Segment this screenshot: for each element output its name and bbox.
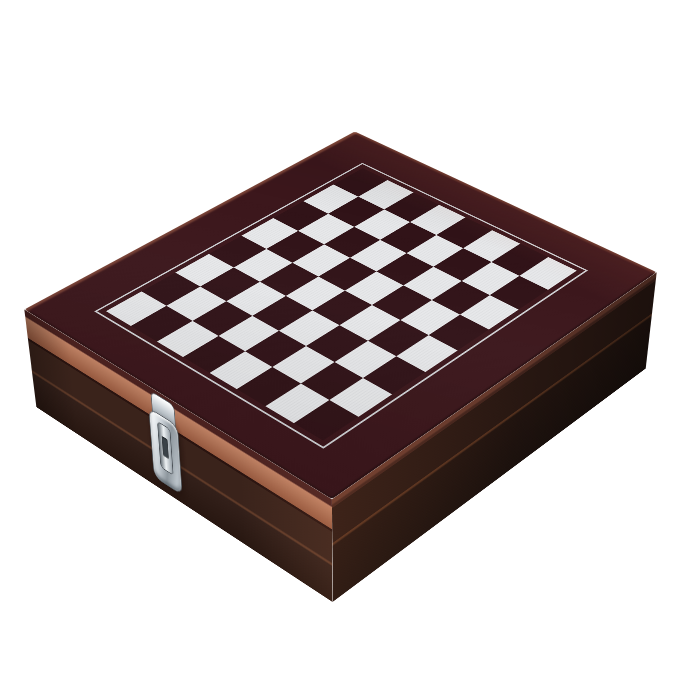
product-scene (0, 0, 700, 700)
photo-background (0, 0, 700, 700)
chess-box (30, 178, 651, 552)
